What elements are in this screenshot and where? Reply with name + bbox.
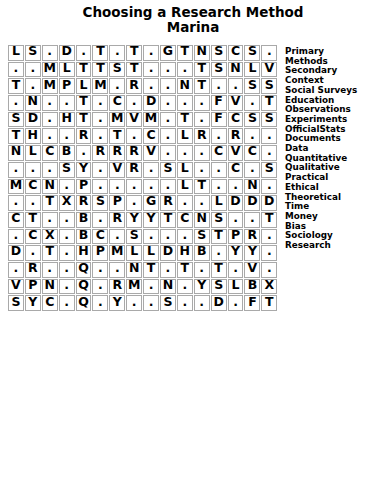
grid-cell[interactable]: . bbox=[126, 295, 142, 311]
grid-cell[interactable]: D bbox=[261, 195, 277, 211]
grid-cell[interactable]: T bbox=[211, 262, 227, 278]
grid-cell[interactable]: . bbox=[92, 95, 108, 111]
grid-cell[interactable]: L bbox=[228, 279, 244, 295]
grid-cell[interactable]: S bbox=[211, 212, 227, 228]
grid-cell[interactable]: . bbox=[261, 128, 277, 144]
grid-cell[interactable]: . bbox=[160, 179, 176, 195]
grid-cell[interactable]: . bbox=[143, 62, 159, 78]
grid-cell[interactable]: D bbox=[160, 245, 176, 261]
word-search-grid: LS.D.T.T.GTNSCS...MLTTST...TSNLVT.MPLM.R… bbox=[8, 45, 277, 311]
grid-cell[interactable]: S bbox=[211, 62, 227, 78]
grid-cell[interactable]: . bbox=[160, 128, 176, 144]
grid-cell[interactable]: . bbox=[92, 212, 108, 228]
grid-cell[interactable]: . bbox=[143, 162, 159, 178]
grid-cell[interactable]: L bbox=[76, 78, 92, 94]
grid-cell[interactable]: T bbox=[8, 78, 24, 94]
grid-cell[interactable]: L bbox=[177, 179, 193, 195]
grid-cell[interactable]: D bbox=[228, 195, 244, 211]
grid-cell[interactable]: B bbox=[244, 279, 260, 295]
grid-cell[interactable]: T bbox=[92, 62, 108, 78]
grid-cell[interactable]: P bbox=[59, 78, 75, 94]
grid-cell[interactable]: . bbox=[126, 195, 142, 211]
grid-cell[interactable]: N bbox=[177, 78, 193, 94]
grid-cell[interactable]: S bbox=[244, 78, 260, 94]
grid-cell[interactable]: H bbox=[25, 128, 41, 144]
grid-cell[interactable]: . bbox=[194, 295, 210, 311]
grid-cell[interactable]: T bbox=[76, 95, 92, 111]
grid-cell[interactable]: P bbox=[228, 229, 244, 245]
grid-cell[interactable]: . bbox=[25, 195, 41, 211]
grid-cell[interactable]: . bbox=[194, 195, 210, 211]
header: Choosing a Research Method Marina bbox=[0, 5, 386, 34]
grid-cell[interactable]: . bbox=[160, 78, 176, 94]
grid-cell[interactable]: L bbox=[244, 62, 260, 78]
grid-cell[interactable]: C bbox=[92, 229, 108, 245]
grid-cell[interactable]: M bbox=[126, 279, 142, 295]
grid-cell[interactable]: . bbox=[59, 245, 75, 261]
grid-cell[interactable]: B bbox=[59, 145, 75, 161]
grid-cell[interactable]: N bbox=[126, 262, 142, 278]
grid-cell[interactable]: . bbox=[42, 262, 58, 278]
grid-cell[interactable]: L bbox=[211, 195, 227, 211]
grid-cell[interactable]: D bbox=[59, 45, 75, 61]
grid-cell[interactable]: G bbox=[143, 195, 159, 211]
grid-cell[interactable]: . bbox=[92, 295, 108, 311]
grid-cell[interactable]: S bbox=[160, 295, 176, 311]
grid-cell[interactable]: T bbox=[261, 212, 277, 228]
grid-cell[interactable]: P bbox=[92, 245, 108, 261]
grid-cell[interactable]: T bbox=[194, 78, 210, 94]
grid-cell[interactable]: . bbox=[59, 279, 75, 295]
grid-cell[interactable]: . bbox=[160, 145, 176, 161]
grid-cell[interactable]: V bbox=[228, 145, 244, 161]
grid-cell[interactable]: T bbox=[76, 62, 92, 78]
grid-cell[interactable]: Q bbox=[76, 262, 92, 278]
grid-cell[interactable]: B bbox=[194, 245, 210, 261]
grid-cell[interactable]: . bbox=[143, 45, 159, 61]
grid-cell[interactable]: Y bbox=[143, 212, 159, 228]
grid-cell[interactable]: . bbox=[211, 162, 227, 178]
grid-cell[interactable]: P bbox=[25, 279, 41, 295]
grid-cell[interactable]: . bbox=[194, 162, 210, 178]
grid-cell[interactable]: D bbox=[211, 295, 227, 311]
grid-cell[interactable]: . bbox=[109, 45, 125, 61]
grid-cell[interactable]: Y bbox=[109, 295, 125, 311]
grid-cell[interactable]: . bbox=[160, 95, 176, 111]
grid-cell[interactable]: . bbox=[8, 95, 24, 111]
grid-cell[interactable]: L bbox=[59, 62, 75, 78]
word-list-item: Research bbox=[285, 241, 383, 251]
grid-cell[interactable]: . bbox=[76, 45, 92, 61]
grid-cell[interactable]: . bbox=[92, 128, 108, 144]
grid-cell[interactable]: N bbox=[194, 45, 210, 61]
grid-cell[interactable]: . bbox=[92, 162, 108, 178]
grid-cell[interactable]: R bbox=[126, 78, 142, 94]
grid-cell[interactable]: S bbox=[261, 112, 277, 128]
grid-cell[interactable]: . bbox=[109, 262, 125, 278]
grid-cell[interactable]: . bbox=[25, 162, 41, 178]
grid-cell[interactable]: M bbox=[42, 78, 58, 94]
grid-cell[interactable]: V bbox=[126, 112, 142, 128]
grid-cell[interactable]: D bbox=[8, 245, 24, 261]
grid-cell[interactable]: S bbox=[92, 195, 108, 211]
grid-cell[interactable]: T bbox=[8, 128, 24, 144]
grid-cell[interactable]: S bbox=[211, 45, 227, 61]
word-list: PrimaryMethodsSecondaryContextSocial Sur… bbox=[285, 47, 383, 251]
grid-cell[interactable]: R bbox=[228, 128, 244, 144]
grid-cell[interactable]: . bbox=[177, 145, 193, 161]
grid-cell[interactable]: V bbox=[8, 279, 24, 295]
grid-cell[interactable]: V bbox=[261, 62, 277, 78]
grid-cell[interactable]: C bbox=[8, 212, 24, 228]
grid-cell[interactable]: M bbox=[109, 112, 125, 128]
grid-cell[interactable]: R bbox=[160, 195, 176, 211]
grid-cell[interactable]: . bbox=[244, 162, 260, 178]
grid-cell[interactable]: T bbox=[177, 262, 193, 278]
grid-cell[interactable]: L bbox=[25, 145, 41, 161]
grid-cell[interactable]: . bbox=[194, 95, 210, 111]
worksheet-page: { "game": "word-search", "title": "Choos… bbox=[0, 0, 386, 500]
grid-cell[interactable]: . bbox=[177, 295, 193, 311]
grid-cell[interactable]: R bbox=[126, 162, 142, 178]
grid-cell[interactable]: S bbox=[244, 45, 260, 61]
grid-cell[interactable]: . bbox=[59, 95, 75, 111]
grid-cell[interactable]: X bbox=[59, 195, 75, 211]
grid-cell[interactable]: . bbox=[261, 145, 277, 161]
grid-cell[interactable]: Y bbox=[228, 245, 244, 261]
grid-cell[interactable]: R bbox=[126, 145, 142, 161]
grid-cell[interactable]: S bbox=[109, 62, 125, 78]
grid-cell[interactable]: S bbox=[194, 229, 210, 245]
grid-cell[interactable]: S bbox=[261, 162, 277, 178]
grid-cell[interactable]: N bbox=[194, 212, 210, 228]
grid-cell[interactable]: S bbox=[261, 78, 277, 94]
grid-cell[interactable]: C bbox=[228, 45, 244, 61]
grid-cell[interactable]: . bbox=[244, 128, 260, 144]
grid-cell[interactable]: T bbox=[177, 45, 193, 61]
grid-cell[interactable]: Y bbox=[76, 162, 92, 178]
grid-cell[interactable]: . bbox=[8, 162, 24, 178]
grid-cell[interactable]: S bbox=[160, 162, 176, 178]
grid-cell[interactable]: S bbox=[211, 279, 227, 295]
grid-cell[interactable]: B bbox=[76, 229, 92, 245]
grid-cell[interactable]: . bbox=[228, 262, 244, 278]
grid-cell[interactable]: . bbox=[25, 78, 41, 94]
grid-cell[interactable]: R bbox=[109, 145, 125, 161]
grid-cell[interactable]: . bbox=[160, 62, 176, 78]
grid-cell[interactable]: D bbox=[244, 195, 260, 211]
grid-cell[interactable]: S bbox=[126, 229, 142, 245]
grid-cell[interactable]: R bbox=[76, 128, 92, 144]
grid-cell[interactable]: . bbox=[143, 78, 159, 94]
grid-cell[interactable]: F bbox=[244, 295, 260, 311]
grid-cell[interactable]: . bbox=[126, 179, 142, 195]
grid-cell[interactable]: S bbox=[59, 162, 75, 178]
grid-cell[interactable]: . bbox=[25, 245, 41, 261]
grid-cell[interactable]: V bbox=[109, 162, 125, 178]
grid-cell[interactable]: . bbox=[211, 245, 227, 261]
grid-cell[interactable]: . bbox=[261, 245, 277, 261]
grid-cell[interactable]: . bbox=[143, 229, 159, 245]
grid-cell[interactable]: . bbox=[177, 195, 193, 211]
grid-cell[interactable]: . bbox=[109, 179, 125, 195]
grid-cell[interactable]: . bbox=[261, 262, 277, 278]
grid-cell[interactable]: R bbox=[194, 128, 210, 144]
grid-cell[interactable]: . bbox=[92, 262, 108, 278]
grid-cell[interactable]: . bbox=[228, 295, 244, 311]
grid-cell[interactable]: T bbox=[109, 128, 125, 144]
grid-cell[interactable]: . bbox=[261, 229, 277, 245]
grid-cell[interactable]: N bbox=[244, 179, 260, 195]
grid-cell[interactable]: D bbox=[143, 95, 159, 111]
grid-cell[interactable]: . bbox=[42, 95, 58, 111]
grid-cell[interactable]: H bbox=[177, 245, 193, 261]
grid-cell[interactable]: . bbox=[59, 212, 75, 228]
grid-cell[interactable]: . bbox=[177, 95, 193, 111]
grid-cell[interactable]: N bbox=[8, 145, 24, 161]
grid-cell[interactable]: . bbox=[194, 145, 210, 161]
grid-cell[interactable]: . bbox=[143, 179, 159, 195]
grid-cell[interactable]: . bbox=[126, 128, 142, 144]
grid-cell[interactable]: T bbox=[211, 229, 227, 245]
grid-cell[interactable]: . bbox=[8, 62, 24, 78]
grid-cell[interactable]: R bbox=[76, 195, 92, 211]
grid-cell[interactable]: . bbox=[59, 128, 75, 144]
grid-cell[interactable]: . bbox=[211, 179, 227, 195]
grid-cell[interactable]: M bbox=[109, 245, 125, 261]
grid-cell[interactable]: . bbox=[8, 262, 24, 278]
grid-cell[interactable]: H bbox=[59, 112, 75, 128]
grid-cell[interactable]: C bbox=[25, 229, 41, 245]
grid-cell[interactable]: R bbox=[109, 212, 125, 228]
grid-cell[interactable]: T bbox=[76, 112, 92, 128]
grid-cell[interactable]: P bbox=[109, 195, 125, 211]
grid-cell[interactable]: C bbox=[228, 162, 244, 178]
grid-cell[interactable]: . bbox=[228, 179, 244, 195]
grid-cell[interactable]: Q bbox=[76, 279, 92, 295]
grid-cell[interactable]: F bbox=[211, 112, 227, 128]
grid-cell[interactable]: . bbox=[42, 112, 58, 128]
grid-cell[interactable]: . bbox=[59, 229, 75, 245]
grid-cell[interactable]: . bbox=[92, 112, 108, 128]
grid-cell[interactable]: . bbox=[160, 229, 176, 245]
grid-cell[interactable]: C bbox=[244, 145, 260, 161]
grid-cell[interactable]: S bbox=[8, 295, 24, 311]
grid-cell[interactable]: V bbox=[143, 145, 159, 161]
grid-cell[interactable]: . bbox=[42, 162, 58, 178]
grid-cell[interactable]: T bbox=[42, 195, 58, 211]
grid-cell[interactable]: Y bbox=[244, 245, 260, 261]
grid-cell[interactable]: Y bbox=[194, 279, 210, 295]
grid-cell[interactable]: . bbox=[59, 179, 75, 195]
grid-cell[interactable]: C bbox=[25, 179, 41, 195]
grid-cell[interactable]: M bbox=[42, 62, 58, 78]
grid-cell[interactable]: V bbox=[244, 262, 260, 278]
grid-cell[interactable]: S bbox=[244, 112, 260, 128]
grid-cell[interactable]: . bbox=[211, 78, 227, 94]
grid-cell[interactable]: G bbox=[160, 45, 176, 61]
grid-cell[interactable]: T bbox=[194, 62, 210, 78]
grid-cell[interactable]: . bbox=[42, 45, 58, 61]
grid-cell[interactable]: . bbox=[8, 229, 24, 245]
grid-cell[interactable]: R bbox=[92, 145, 108, 161]
grid-cell[interactable]: T bbox=[25, 212, 41, 228]
grid-cell[interactable]: . bbox=[59, 295, 75, 311]
grid-cell[interactable]: B bbox=[76, 212, 92, 228]
grid-cell[interactable]: V bbox=[228, 95, 244, 111]
grid-cell[interactable]: N bbox=[25, 95, 41, 111]
grid-cell[interactable]: . bbox=[244, 212, 260, 228]
grid-cell[interactable]: T bbox=[160, 212, 176, 228]
grid-cell[interactable]: T bbox=[126, 62, 142, 78]
grid-cell[interactable]: L bbox=[143, 245, 159, 261]
grid-cell[interactable]: . bbox=[42, 212, 58, 228]
grid-cell[interactable]: T bbox=[177, 112, 193, 128]
grid-cell[interactable]: X bbox=[42, 229, 58, 245]
grid-cell[interactable]: C bbox=[143, 128, 159, 144]
grid-cell[interactable]: M bbox=[8, 179, 24, 195]
grid-cell[interactable]: C bbox=[228, 112, 244, 128]
grid-cell[interactable]: C bbox=[109, 95, 125, 111]
grid-cell[interactable]: F bbox=[211, 95, 227, 111]
grid-cell[interactable]: . bbox=[194, 112, 210, 128]
grid-cell[interactable]: L bbox=[8, 45, 24, 61]
grid-cell[interactable]: . bbox=[143, 279, 159, 295]
grid-cell[interactable]: . bbox=[126, 95, 142, 111]
grid-cell[interactable]: S bbox=[8, 112, 24, 128]
grid-cell[interactable]: L bbox=[177, 128, 193, 144]
grid-cell[interactable]: . bbox=[25, 62, 41, 78]
grid-cell[interactable]: . bbox=[143, 295, 159, 311]
puzzle-subtitle: Marina bbox=[0, 20, 386, 34]
grid-cell[interactable]: T bbox=[261, 95, 277, 111]
grid-cell[interactable]: . bbox=[194, 262, 210, 278]
grid-cell[interactable]: . bbox=[261, 45, 277, 61]
grid-cell[interactable]: Y bbox=[25, 295, 41, 311]
grid-cell[interactable]: S bbox=[25, 45, 41, 61]
grid-cell[interactable]: . bbox=[261, 179, 277, 195]
grid-cell[interactable]: R bbox=[25, 262, 41, 278]
grid-cell[interactable]: T bbox=[92, 45, 108, 61]
grid-cell[interactable]: . bbox=[160, 262, 176, 278]
grid-cell[interactable]: T bbox=[42, 245, 58, 261]
grid-cell[interactable]: N bbox=[42, 179, 58, 195]
grid-cell[interactable]: . bbox=[109, 229, 125, 245]
grid-cell[interactable]: R bbox=[244, 229, 260, 245]
grid-cell[interactable]: R bbox=[109, 279, 125, 295]
grid-cell[interactable]: . bbox=[92, 279, 108, 295]
grid-cell[interactable]: D bbox=[25, 112, 41, 128]
grid-cell[interactable]: Y bbox=[126, 212, 142, 228]
grid-cell[interactable]: M bbox=[92, 78, 108, 94]
grid-cell[interactable]: C bbox=[42, 145, 58, 161]
grid-cell[interactable]: . bbox=[109, 78, 125, 94]
puzzle-title: Choosing a Research Method bbox=[0, 5, 386, 20]
grid-cell[interactable]: C bbox=[42, 295, 58, 311]
grid-cell[interactable]: H bbox=[76, 245, 92, 261]
grid-cell[interactable]: T bbox=[143, 262, 159, 278]
grid-cell[interactable]: . bbox=[92, 179, 108, 195]
grid-cell[interactable]: L bbox=[126, 245, 142, 261]
grid-cell[interactable]: . bbox=[42, 128, 58, 144]
grid-cell[interactable]: M bbox=[143, 112, 159, 128]
grid-cell[interactable]: . bbox=[59, 262, 75, 278]
grid-cell[interactable]: . bbox=[76, 145, 92, 161]
grid-cell[interactable]: L bbox=[177, 162, 193, 178]
grid-cell[interactable]: N bbox=[160, 279, 176, 295]
grid-cell[interactable]: . bbox=[8, 195, 24, 211]
grid-cell[interactable]: . bbox=[228, 78, 244, 94]
grid-cell[interactable]: C bbox=[177, 212, 193, 228]
grid-cell[interactable]: Q bbox=[76, 295, 92, 311]
grid-cell[interactable]: . bbox=[211, 128, 227, 144]
grid-cell[interactable]: T bbox=[261, 295, 277, 311]
grid-cell[interactable]: X bbox=[261, 279, 277, 295]
grid-cell[interactable]: P bbox=[76, 179, 92, 195]
grid-cell[interactable]: C bbox=[211, 145, 227, 161]
grid-cell[interactable]: . bbox=[177, 279, 193, 295]
grid-cell[interactable]: . bbox=[177, 62, 193, 78]
grid-cell[interactable]: N bbox=[42, 279, 58, 295]
grid-cell[interactable]: N bbox=[228, 62, 244, 78]
grid-cell[interactable]: T bbox=[126, 45, 142, 61]
grid-cell[interactable]: T bbox=[194, 179, 210, 195]
grid-cell[interactable]: . bbox=[160, 112, 176, 128]
grid-cell[interactable]: . bbox=[228, 212, 244, 228]
grid-cell[interactable]: . bbox=[244, 95, 260, 111]
grid-cell[interactable]: . bbox=[177, 229, 193, 245]
